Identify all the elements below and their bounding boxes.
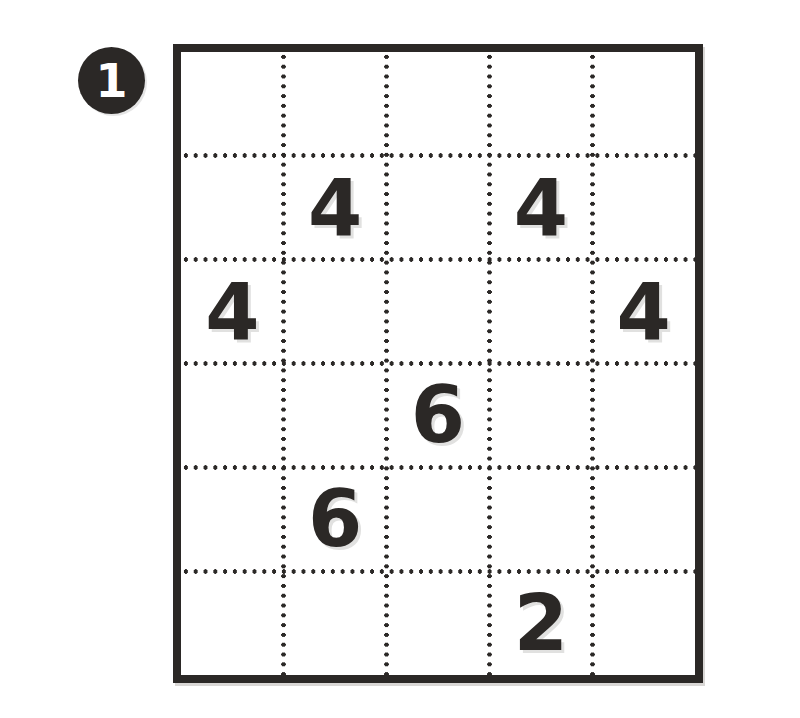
cell-r2c2[interactable]: 4 (284, 156, 387, 260)
cell-r5c1[interactable] (181, 467, 284, 571)
cell-r1c2[interactable] (284, 52, 387, 156)
shikaku-board: 4 4 4 4 6 6 (173, 44, 703, 683)
cell-grid: 4 4 4 4 6 6 (181, 52, 695, 675)
cell-r6c5[interactable] (592, 571, 695, 675)
puzzle-page: 1 4 4 4 (0, 0, 800, 718)
board-grid-area: 4 4 4 4 6 6 (181, 52, 695, 675)
cell-r5c5[interactable] (592, 467, 695, 571)
cell-r5c3[interactable] (387, 467, 490, 571)
cell-r3c1[interactable]: 4 (181, 260, 284, 364)
cell-r2c5[interactable] (592, 156, 695, 260)
cell-r3c3[interactable] (387, 260, 490, 364)
cell-r2c4[interactable]: 4 (489, 156, 592, 260)
cell-r2c1[interactable] (181, 156, 284, 260)
puzzle-number-badge: 1 (78, 47, 145, 114)
cell-r4c4[interactable] (489, 364, 592, 468)
cell-r1c4[interactable] (489, 52, 592, 156)
cell-r1c3[interactable] (387, 52, 490, 156)
cell-r4c1[interactable] (181, 364, 284, 468)
cell-r1c1[interactable] (181, 52, 284, 156)
cell-r4c5[interactable] (592, 364, 695, 468)
cell-r5c2[interactable]: 6 (284, 467, 387, 571)
cell-r6c2[interactable] (284, 571, 387, 675)
cell-r3c2[interactable] (284, 260, 387, 364)
cell-r4c3[interactable]: 6 (387, 364, 490, 468)
cell-r1c5[interactable] (592, 52, 695, 156)
cell-r5c4[interactable] (489, 467, 592, 571)
cell-r3c4[interactable] (489, 260, 592, 364)
puzzle-number: 1 (95, 54, 127, 108)
cell-r6c3[interactable] (387, 571, 490, 675)
cell-r6c4[interactable]: 2 (489, 571, 592, 675)
cell-r3c5[interactable]: 4 (592, 260, 695, 364)
cell-r2c3[interactable] (387, 156, 490, 260)
cell-r4c2[interactable] (284, 364, 387, 468)
cell-r6c1[interactable] (181, 571, 284, 675)
